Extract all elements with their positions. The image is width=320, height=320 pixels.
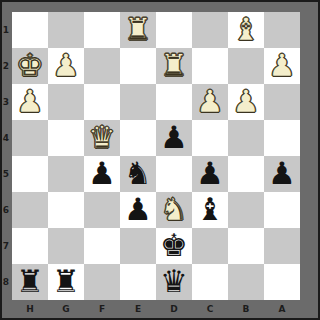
- piece-bP-e6[interactable]: ♟: [124, 194, 152, 225]
- square-g5[interactable]: [48, 156, 84, 192]
- square-c7[interactable]: [192, 228, 228, 264]
- square-g4[interactable]: [48, 120, 84, 156]
- square-f8[interactable]: [84, 264, 120, 300]
- square-a8[interactable]: [264, 264, 300, 300]
- square-c4[interactable]: [192, 120, 228, 156]
- piece-wB-b1[interactable]: ♝: [232, 14, 260, 45]
- file-label-f: F: [84, 301, 120, 317]
- rank-label-2: 2: [0, 48, 12, 84]
- file-label-b: B: [228, 301, 264, 317]
- square-a2[interactable]: ♟: [264, 48, 300, 84]
- square-d6[interactable]: ♞: [156, 192, 192, 228]
- square-f5[interactable]: ♟: [84, 156, 120, 192]
- square-c8[interactable]: [192, 264, 228, 300]
- square-b1[interactable]: ♝: [228, 12, 264, 48]
- square-d5[interactable]: [156, 156, 192, 192]
- square-e6[interactable]: ♟: [120, 192, 156, 228]
- square-c3[interactable]: ♟: [192, 84, 228, 120]
- square-d3[interactable]: [156, 84, 192, 120]
- rank-label-1: 1: [0, 12, 12, 48]
- square-f7[interactable]: [84, 228, 120, 264]
- piece-wK-h2[interactable]: ♚: [16, 50, 44, 81]
- square-h7[interactable]: [12, 228, 48, 264]
- square-h5[interactable]: [12, 156, 48, 192]
- piece-wP-c3[interactable]: ♟: [196, 86, 224, 117]
- square-c6[interactable]: ♝: [192, 192, 228, 228]
- piece-bR-g8[interactable]: ♜: [52, 266, 80, 297]
- square-a5[interactable]: ♟: [264, 156, 300, 192]
- square-e5[interactable]: ♞: [120, 156, 156, 192]
- square-g6[interactable]: [48, 192, 84, 228]
- square-d4[interactable]: ♟: [156, 120, 192, 156]
- rank-label-5: 5: [0, 156, 12, 192]
- square-f6[interactable]: [84, 192, 120, 228]
- piece-bP-f5[interactable]: ♟: [88, 158, 116, 189]
- square-h4[interactable]: [12, 120, 48, 156]
- square-f1[interactable]: [84, 12, 120, 48]
- square-h8[interactable]: ♜: [12, 264, 48, 300]
- piece-wP-b3[interactable]: ♟: [232, 86, 260, 117]
- piece-wP-h3[interactable]: ♟: [16, 86, 44, 117]
- square-c1[interactable]: [192, 12, 228, 48]
- piece-wN-d6[interactable]: ♞: [160, 194, 188, 225]
- file-label-e: E: [120, 301, 156, 317]
- piece-bB-c6[interactable]: ♝: [196, 194, 224, 225]
- square-e4[interactable]: [120, 120, 156, 156]
- square-d2[interactable]: ♜: [156, 48, 192, 84]
- file-label-g: G: [48, 301, 84, 317]
- square-b4[interactable]: [228, 120, 264, 156]
- square-h1[interactable]: [12, 12, 48, 48]
- square-e2[interactable]: [120, 48, 156, 84]
- square-a4[interactable]: [264, 120, 300, 156]
- square-b7[interactable]: [228, 228, 264, 264]
- square-g8[interactable]: ♜: [48, 264, 84, 300]
- square-f4[interactable]: ♛: [84, 120, 120, 156]
- piece-wQ-f4[interactable]: ♛: [88, 122, 116, 153]
- square-a1[interactable]: [264, 12, 300, 48]
- square-g2[interactable]: ♟: [48, 48, 84, 84]
- square-b3[interactable]: ♟: [228, 84, 264, 120]
- square-e7[interactable]: [120, 228, 156, 264]
- piece-bP-c5[interactable]: ♟: [196, 158, 224, 189]
- piece-wP-a2[interactable]: ♟: [268, 50, 296, 81]
- file-label-a: A: [264, 301, 300, 317]
- square-b5[interactable]: [228, 156, 264, 192]
- square-e1[interactable]: ♜: [120, 12, 156, 48]
- square-b2[interactable]: [228, 48, 264, 84]
- square-d7[interactable]: ♚: [156, 228, 192, 264]
- rank-label-3: 3: [0, 84, 12, 120]
- square-f2[interactable]: [84, 48, 120, 84]
- rank-label-4: 4: [0, 120, 12, 156]
- chess-board: ♜♝♚♟♜♟♟♟♟♛♟♟♞♟♟♟♞♝♚♜♜♛: [12, 12, 300, 300]
- square-d8[interactable]: ♛: [156, 264, 192, 300]
- square-g7[interactable]: [48, 228, 84, 264]
- rank-label-7: 7: [0, 228, 12, 264]
- square-h2[interactable]: ♚: [12, 48, 48, 84]
- piece-bK-d7[interactable]: ♚: [160, 230, 188, 261]
- file-label-h: H: [12, 301, 48, 317]
- square-b8[interactable]: [228, 264, 264, 300]
- square-f3[interactable]: [84, 84, 120, 120]
- file-label-d: D: [156, 301, 192, 317]
- piece-wP-g2[interactable]: ♟: [52, 50, 80, 81]
- square-h6[interactable]: [12, 192, 48, 228]
- piece-bN-e5[interactable]: ♞: [124, 158, 152, 189]
- piece-wR-d2[interactable]: ♜: [160, 50, 188, 81]
- square-g1[interactable]: [48, 12, 84, 48]
- square-a6[interactable]: [264, 192, 300, 228]
- square-d1[interactable]: [156, 12, 192, 48]
- square-a3[interactable]: [264, 84, 300, 120]
- square-g3[interactable]: [48, 84, 84, 120]
- file-label-c: C: [192, 301, 228, 317]
- piece-bQ-d8[interactable]: ♛: [160, 266, 188, 297]
- piece-bR-h8[interactable]: ♜: [16, 266, 44, 297]
- rank-label-6: 6: [0, 192, 12, 228]
- square-a7[interactable]: [264, 228, 300, 264]
- square-e8[interactable]: [120, 264, 156, 300]
- piece-wR-e1[interactable]: ♜: [124, 14, 152, 45]
- square-c5[interactable]: ♟: [192, 156, 228, 192]
- square-e3[interactable]: [120, 84, 156, 120]
- square-c2[interactable]: [192, 48, 228, 84]
- square-h3[interactable]: ♟: [12, 84, 48, 120]
- chess-board-frame: 12345678 HGFEDCBA ♜♝♚♟♜♟♟♟♟♛♟♟♞♟♟♟♞♝♚♜♜♛: [0, 0, 320, 320]
- square-b6[interactable]: [228, 192, 264, 228]
- rank-label-8: 8: [0, 264, 12, 300]
- piece-bP-d4[interactable]: ♟: [160, 122, 188, 153]
- piece-bP-a5[interactable]: ♟: [268, 158, 296, 189]
